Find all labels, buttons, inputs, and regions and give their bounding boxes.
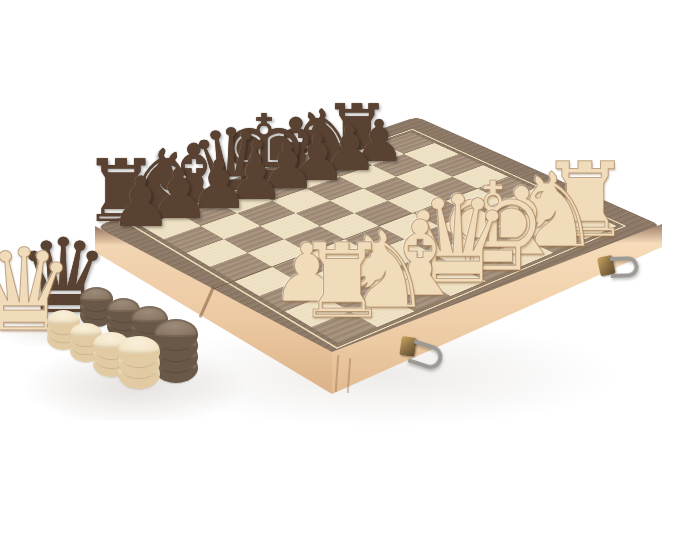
white-rook-piece: ♜ (296, 230, 389, 333)
light-checker-stack (118, 336, 160, 389)
product-photo-scene: Product photo: folding wooden chess set … (0, 0, 686, 541)
checker-disc (118, 336, 160, 367)
latch-wire-loop-icon (610, 256, 639, 278)
dark-checker-stack (154, 319, 198, 383)
black-pawn-piece: ♟ (110, 168, 172, 237)
scene-caption: Product photo: folding wooden chess set … (0, 0, 1, 1)
checker-disc (154, 319, 198, 350)
